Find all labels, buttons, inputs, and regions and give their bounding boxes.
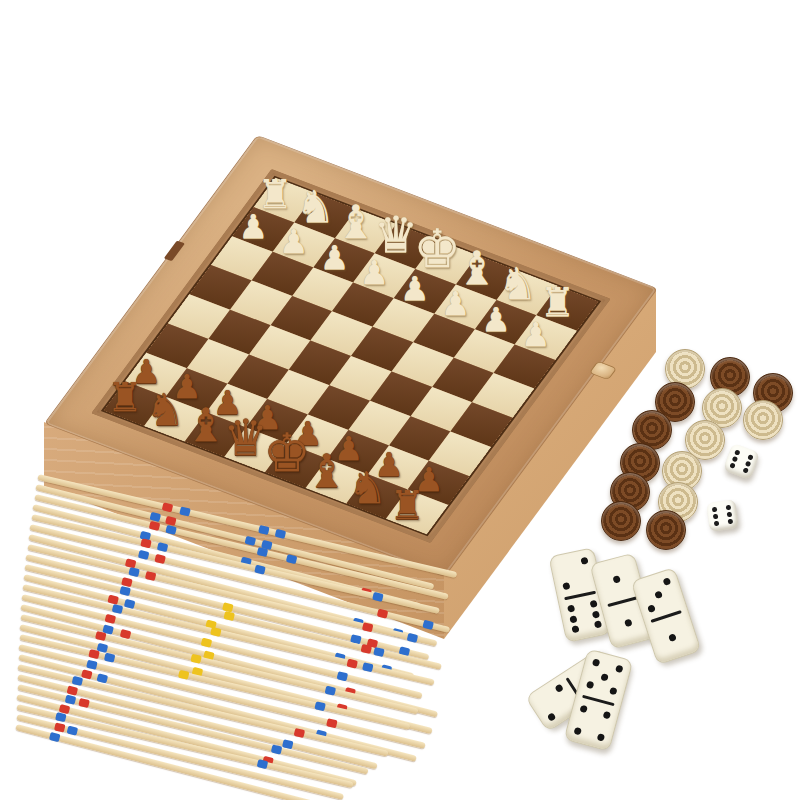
pip-slot	[596, 719, 610, 733]
die[interactable]	[706, 499, 739, 532]
die-pip	[714, 521, 720, 527]
domino-pip	[608, 687, 617, 696]
pip-slot	[649, 578, 663, 591]
die-pip	[713, 514, 719, 520]
domino-pip	[596, 733, 605, 742]
pip-slot	[582, 727, 596, 741]
domino-pip	[573, 727, 582, 736]
die-pip	[726, 505, 732, 511]
domino-pip	[594, 621, 602, 629]
checker-disc-brown[interactable]	[601, 501, 641, 541]
pip-slot	[720, 518, 728, 526]
domino-pip	[614, 665, 623, 674]
domino-pip	[569, 615, 577, 623]
domino-pip	[592, 659, 601, 668]
pip-slot	[666, 595, 680, 608]
pip-slot	[586, 667, 600, 681]
domino-pip	[586, 681, 595, 690]
domino-pip	[600, 673, 609, 682]
pip-slot	[580, 621, 593, 634]
die-pip	[745, 461, 751, 467]
domino-pip	[662, 577, 671, 586]
checker-disc-cream[interactable]	[743, 400, 783, 440]
die-pip	[712, 507, 718, 513]
product-photo-canvas: ♜♞♝♛♚♝♞♜♟♟♟♟♟♟♟♟♟♟♟♟♟♟♟♟♜♞♝♛♚♝♞♜	[0, 0, 800, 800]
die-pip	[727, 512, 733, 518]
domino-pip	[589, 600, 597, 608]
accessories-layer	[0, 0, 800, 800]
domino-pip	[624, 618, 633, 627]
pip-slot	[680, 637, 694, 650]
domino-pip	[592, 610, 600, 618]
pip-slot	[600, 659, 614, 673]
pip-slot	[641, 592, 655, 605]
die-pip	[742, 467, 748, 473]
domino-pip	[579, 705, 588, 714]
die[interactable]	[723, 443, 760, 480]
domino-pip	[613, 575, 622, 584]
die-pip	[747, 454, 753, 460]
domino-pip	[602, 711, 611, 720]
domino-pip	[572, 625, 580, 633]
domino-pip	[562, 582, 570, 590]
checker-disc-brown[interactable]	[646, 510, 686, 550]
domino-pip	[567, 605, 575, 613]
pip-slot	[608, 673, 622, 687]
die-pip	[728, 519, 734, 525]
domino-pip	[647, 604, 656, 613]
pip-slot	[594, 681, 608, 695]
domino-pip	[668, 633, 677, 642]
domino-tile-3-1[interactable]	[631, 567, 702, 665]
domino-pip	[655, 590, 664, 599]
domino-pip	[580, 556, 588, 564]
